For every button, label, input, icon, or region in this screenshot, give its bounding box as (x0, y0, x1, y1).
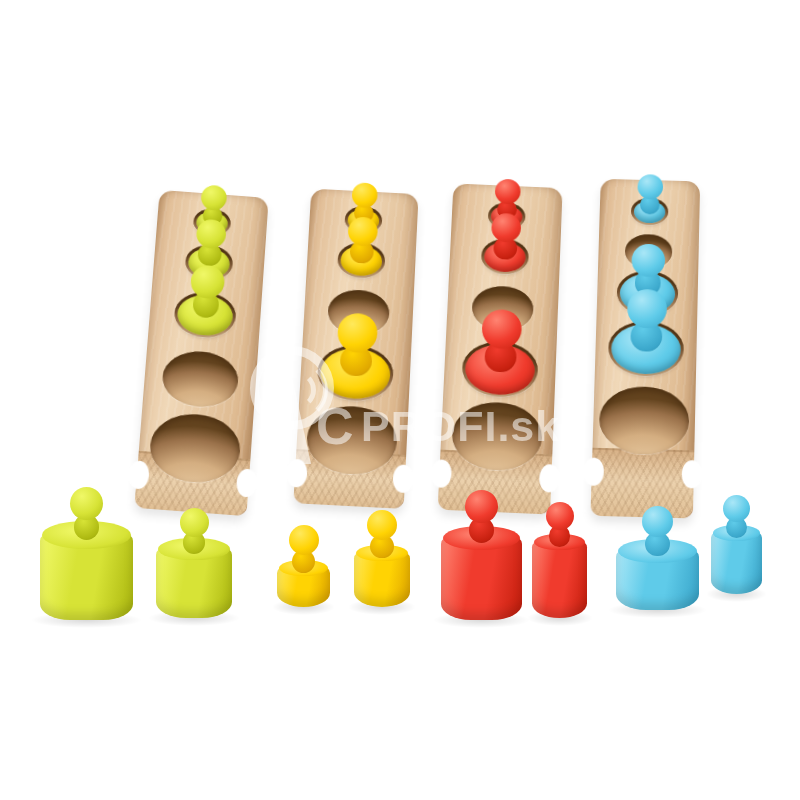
inserted-cylinder-knob-ball (631, 243, 665, 277)
wooden-block-lime (134, 190, 269, 516)
cylinder-slots (590, 179, 700, 519)
loose-cylinder-red-medium (532, 540, 587, 618)
cylinder-slots (134, 190, 269, 516)
inserted-cylinder-knob-ball (495, 179, 521, 205)
inserted-cylinder-knob-ball (347, 216, 378, 246)
cylinder-slots (293, 189, 418, 509)
loose-cylinder-knob-ball (546, 502, 574, 530)
inserted-cylinder-knob-ball (200, 185, 227, 212)
loose-cylinder-knob-ball (723, 495, 750, 522)
loose-cylinder-knob-ball (289, 525, 319, 555)
slot-hole-empty (305, 404, 398, 476)
slot-hole-empty (161, 349, 240, 410)
loose-cylinder-knob-ball (180, 508, 209, 537)
slot-hole-empty (598, 386, 689, 456)
loose-cylinder-yellow-small-short (277, 566, 330, 607)
slot-hole-empty (148, 411, 243, 485)
loose-cylinder-knob-ball (465, 490, 498, 523)
slot-hole-empty (451, 401, 544, 472)
loose-cylinder-knob-ball (642, 506, 673, 537)
loose-cylinder-red-large (441, 536, 522, 620)
loose-cylinder-lime-large (40, 533, 133, 620)
wooden-block-red (438, 183, 563, 514)
loose-cylinder-yellow-small-tall (354, 551, 410, 607)
inserted-cylinder-knob-ball (491, 213, 522, 243)
inserted-cylinder-knob-ball (637, 174, 663, 199)
cylinder-body (532, 540, 587, 618)
inserted-cylinder-knob-ball (351, 183, 378, 209)
cylinder-slots (438, 183, 563, 514)
inserted-cylinder-knob-ball (481, 309, 522, 350)
loose-cylinder-lime-medium (156, 547, 232, 618)
loose-cylinder-knob-ball (367, 510, 397, 540)
inserted-cylinder-knob-ball (627, 289, 667, 329)
loose-cylinder-blue-narrow-tall (711, 531, 762, 594)
wooden-block-blue (590, 179, 700, 519)
product-photo: C PROFI.sk (0, 0, 800, 800)
loose-cylinder-knob-ball (70, 487, 103, 520)
wooden-block-yellow (293, 189, 418, 509)
loose-cylinder-blue-wide-flat (616, 549, 699, 610)
